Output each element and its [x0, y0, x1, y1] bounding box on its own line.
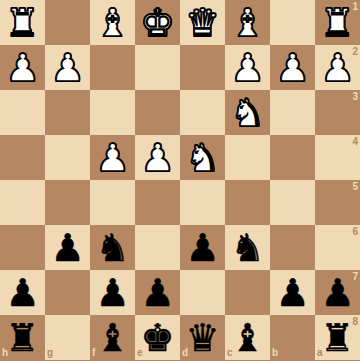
- white-bishop[interactable]: ♝: [90, 0, 135, 45]
- rank-label-3: 3: [352, 92, 358, 102]
- black-queen[interactable]: ♛: [180, 315, 225, 360]
- square-h1[interactable]: ♜: [0, 0, 45, 45]
- square-b3[interactable]: [270, 90, 315, 135]
- square-b5[interactable]: [270, 180, 315, 225]
- square-b6[interactable]: [270, 225, 315, 270]
- square-c8[interactable]: ♝c: [225, 315, 270, 360]
- square-c6[interactable]: ♞: [225, 225, 270, 270]
- black-pawn[interactable]: ♟: [135, 270, 180, 315]
- square-e7[interactable]: ♟: [135, 270, 180, 315]
- square-e8[interactable]: ♚e: [135, 315, 180, 360]
- square-h6[interactable]: [0, 225, 45, 270]
- square-c3[interactable]: ♞: [225, 90, 270, 135]
- rank-label-4: 4: [352, 137, 358, 147]
- square-e4[interactable]: ♟: [135, 135, 180, 180]
- square-e2[interactable]: [135, 45, 180, 90]
- square-g8[interactable]: g: [45, 315, 90, 360]
- white-pawn[interactable]: ♟: [135, 135, 180, 180]
- square-f3[interactable]: [90, 90, 135, 135]
- square-f4[interactable]: ♟: [90, 135, 135, 180]
- white-rook[interactable]: ♜: [0, 0, 45, 45]
- square-a4[interactable]: 4: [315, 135, 360, 180]
- square-h7[interactable]: ♟: [0, 270, 45, 315]
- rank-label-6: 6: [352, 227, 358, 237]
- square-d3[interactable]: [180, 90, 225, 135]
- square-h2[interactable]: ♟: [0, 45, 45, 90]
- square-d2[interactable]: [180, 45, 225, 90]
- square-g6[interactable]: ♟: [45, 225, 90, 270]
- square-e1[interactable]: ♚: [135, 0, 180, 45]
- black-bishop[interactable]: ♝: [225, 315, 270, 360]
- square-b2[interactable]: ♟: [270, 45, 315, 90]
- square-g2[interactable]: ♟: [45, 45, 90, 90]
- square-b4[interactable]: [270, 135, 315, 180]
- square-f2[interactable]: [90, 45, 135, 90]
- square-f8[interactable]: ♝f: [90, 315, 135, 360]
- black-pawn[interactable]: ♟: [270, 270, 315, 315]
- black-rook[interactable]: ♜: [0, 315, 45, 360]
- black-bishop[interactable]: ♝: [90, 315, 135, 360]
- square-a2[interactable]: ♟2: [315, 45, 360, 90]
- white-knight[interactable]: ♞: [180, 135, 225, 180]
- white-pawn[interactable]: ♟: [225, 45, 270, 90]
- square-a7[interactable]: ♟7: [315, 270, 360, 315]
- square-b8[interactable]: b: [270, 315, 315, 360]
- square-c1[interactable]: ♝: [225, 0, 270, 45]
- black-pawn[interactable]: ♟: [315, 270, 360, 315]
- black-knight[interactable]: ♞: [225, 225, 270, 270]
- square-a3[interactable]: 3: [315, 90, 360, 135]
- square-c5[interactable]: [225, 180, 270, 225]
- square-e6[interactable]: [135, 225, 180, 270]
- square-f6[interactable]: ♞: [90, 225, 135, 270]
- square-f7[interactable]: ♟: [90, 270, 135, 315]
- square-a1[interactable]: ♜1: [315, 0, 360, 45]
- white-bishop[interactable]: ♝: [225, 0, 270, 45]
- black-king[interactable]: ♚: [135, 315, 180, 360]
- square-c2[interactable]: ♟: [225, 45, 270, 90]
- square-g1[interactable]: [45, 0, 90, 45]
- square-h5[interactable]: [0, 180, 45, 225]
- square-d8[interactable]: ♛d: [180, 315, 225, 360]
- black-pawn[interactable]: ♟: [0, 270, 45, 315]
- white-pawn[interactable]: ♟: [315, 45, 360, 90]
- square-d5[interactable]: [180, 180, 225, 225]
- square-a5[interactable]: 5: [315, 180, 360, 225]
- black-pawn[interactable]: ♟: [180, 225, 225, 270]
- white-pawn[interactable]: ♟: [90, 135, 135, 180]
- rank-label-5: 5: [352, 182, 358, 192]
- white-king[interactable]: ♚: [135, 0, 180, 45]
- square-h8[interactable]: ♜h: [0, 315, 45, 360]
- black-pawn[interactable]: ♟: [90, 270, 135, 315]
- square-f5[interactable]: [90, 180, 135, 225]
- square-c4[interactable]: [225, 135, 270, 180]
- square-d4[interactable]: ♞: [180, 135, 225, 180]
- square-a6[interactable]: 6: [315, 225, 360, 270]
- white-knight[interactable]: ♞: [225, 90, 270, 135]
- white-rook[interactable]: ♜: [315, 0, 360, 45]
- file-label-g: g: [47, 348, 53, 358]
- square-d6[interactable]: ♟: [180, 225, 225, 270]
- white-queen[interactable]: ♛: [180, 0, 225, 45]
- black-pawn[interactable]: ♟: [45, 225, 90, 270]
- square-h3[interactable]: [0, 90, 45, 135]
- square-e5[interactable]: [135, 180, 180, 225]
- square-g4[interactable]: [45, 135, 90, 180]
- square-g3[interactable]: [45, 90, 90, 135]
- square-e3[interactable]: [135, 90, 180, 135]
- chess-board: ♜♝♚♛♝♜1♟♟♟♟♟2♞3♟♟♞45♟♞♟♞6♟♟♟♟♟7♜hg♝f♚e♛d…: [0, 0, 360, 360]
- square-g5[interactable]: [45, 180, 90, 225]
- square-d7[interactable]: [180, 270, 225, 315]
- square-h4[interactable]: [0, 135, 45, 180]
- square-c7[interactable]: [225, 270, 270, 315]
- square-a8[interactable]: ♜8a: [315, 315, 360, 360]
- white-pawn[interactable]: ♟: [270, 45, 315, 90]
- white-pawn[interactable]: ♟: [0, 45, 45, 90]
- square-d1[interactable]: ♛: [180, 0, 225, 45]
- black-rook[interactable]: ♜: [315, 315, 360, 360]
- file-label-b: b: [272, 348, 278, 358]
- black-knight[interactable]: ♞: [90, 225, 135, 270]
- white-pawn[interactable]: ♟: [45, 45, 90, 90]
- square-b1[interactable]: [270, 0, 315, 45]
- square-f1[interactable]: ♝: [90, 0, 135, 45]
- square-g7[interactable]: [45, 270, 90, 315]
- square-b7[interactable]: ♟: [270, 270, 315, 315]
